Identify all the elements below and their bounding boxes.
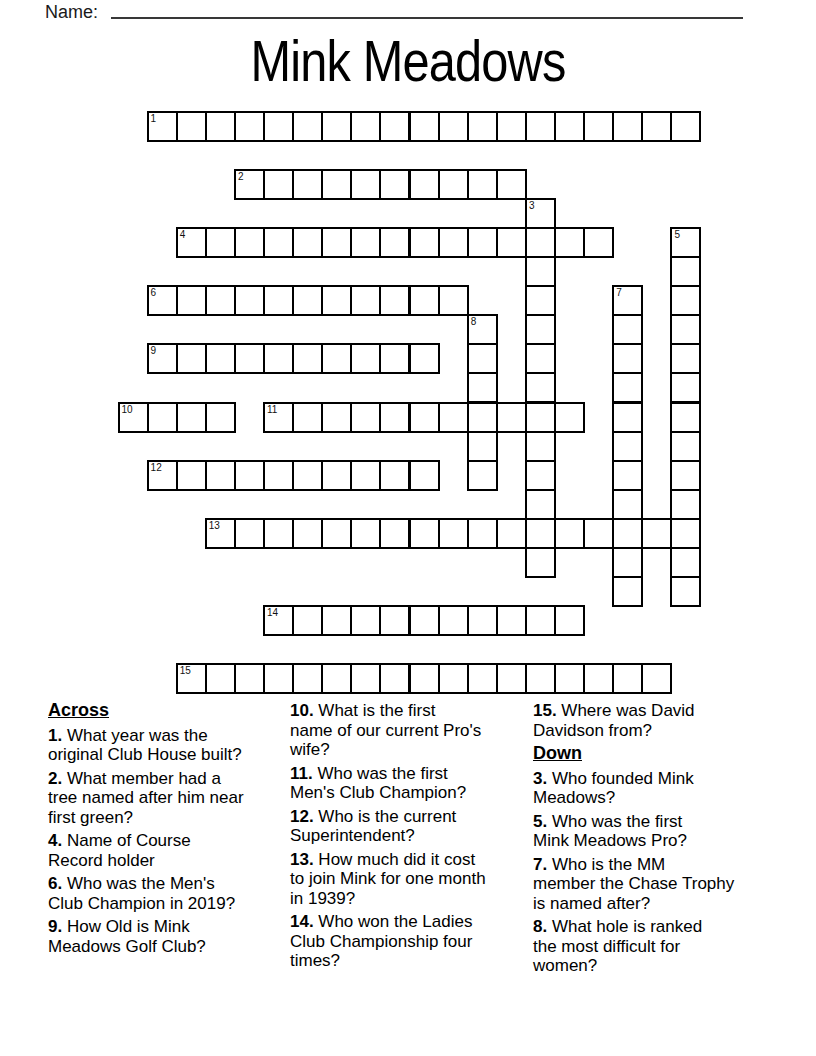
cell-r8c2[interactable] [176, 343, 207, 374]
cell-r7c14[interactable] [525, 314, 556, 345]
cell-r17c5[interactable]: 14 [263, 605, 294, 636]
cell-r10c1[interactable] [147, 402, 178, 433]
cell-r19c5[interactable] [263, 663, 294, 694]
cell-r6c9[interactable] [379, 285, 410, 316]
cell-r6c8[interactable] [350, 285, 381, 316]
grid-number-3: 3 [529, 200, 535, 211]
clue-number-label: 11. [290, 764, 313, 783]
clue-column-1: Across1. What year was the original Club… [48, 701, 290, 960]
clue-column-3: 15. Where was David Davidson from?Down3.… [533, 701, 771, 980]
cell-r0c5[interactable] [263, 111, 294, 142]
cell-r14c12[interactable] [467, 518, 498, 549]
cell-r0c13[interactable] [496, 111, 527, 142]
cell-r0c17[interactable] [612, 111, 643, 142]
clue-4: 4. Name of Course Record holder [48, 831, 290, 870]
clue-3: 3. Who founded Mink Meadows? [533, 769, 771, 808]
cell-r14c18[interactable] [641, 518, 672, 549]
cell-r10c3[interactable] [205, 402, 236, 433]
clue-text: Who was the Men's Club Champion in 2019? [48, 874, 235, 913]
grid-number-14: 14 [267, 607, 278, 618]
clue-number-label: 10. [290, 701, 314, 720]
cell-r4c8[interactable] [350, 227, 381, 258]
cell-r4c10[interactable] [409, 227, 440, 258]
cell-r14c8[interactable] [350, 518, 381, 549]
cell-r10c19[interactable] [670, 402, 701, 433]
cell-r10c9[interactable] [379, 402, 410, 433]
cell-r19c3[interactable] [205, 663, 236, 694]
cell-r0c3[interactable] [205, 111, 236, 142]
clue-number-label: 4. [48, 831, 62, 850]
cell-r10c5[interactable]: 11 [263, 402, 294, 433]
clue-text: Where was David Davidson from? [533, 701, 695, 740]
cell-r4c6[interactable] [292, 227, 323, 258]
cell-r19c17[interactable] [612, 663, 643, 694]
cell-r8c8[interactable] [350, 343, 381, 374]
cell-r12c6[interactable] [292, 460, 323, 491]
grid-number-13: 13 [209, 520, 220, 531]
cell-r12c10[interactable] [409, 460, 440, 491]
cell-r0c9[interactable] [379, 111, 410, 142]
cell-r17c11[interactable] [438, 605, 469, 636]
clue-1: 1. What year was the original Club House… [48, 726, 290, 765]
grid-number-1: 1 [151, 113, 157, 124]
cell-r4c11[interactable] [438, 227, 469, 258]
cell-r10c17[interactable] [612, 402, 643, 433]
cell-r10c14[interactable] [525, 402, 556, 433]
cell-r19c10[interactable] [409, 663, 440, 694]
cell-r6c5[interactable] [263, 285, 294, 316]
clue-text: Who is the current Superintendent? [290, 807, 456, 846]
cell-r14c15[interactable] [554, 518, 585, 549]
cell-r17c14[interactable] [525, 605, 556, 636]
grid-number-8: 8 [471, 316, 477, 327]
cell-r12c14[interactable] [525, 460, 556, 491]
cell-r6c14[interactable] [525, 285, 556, 316]
cell-r0c4[interactable] [234, 111, 265, 142]
cell-r19c7[interactable] [321, 663, 352, 694]
cell-r15c19[interactable] [670, 547, 701, 578]
cell-r0c2[interactable] [176, 111, 207, 142]
cell-r12c8[interactable] [350, 460, 381, 491]
cell-r6c3[interactable] [205, 285, 236, 316]
cell-r2c11[interactable] [438, 169, 469, 200]
clue-15: 15. Where was David Davidson from? [533, 701, 771, 740]
clue-13: 13. How much did it cost to join Mink fo… [290, 850, 532, 909]
cell-r12c9[interactable] [379, 460, 410, 491]
cell-r6c11[interactable] [438, 285, 469, 316]
clue-number-label: 2. [48, 769, 62, 788]
cell-r0c8[interactable] [350, 111, 381, 142]
clue-number-label: 1. [48, 726, 62, 745]
cell-r8c6[interactable] [292, 343, 323, 374]
cell-r14c5[interactable] [263, 518, 294, 549]
clue-text: How much did it cost to join Mink for on… [290, 850, 486, 908]
cell-r14c4[interactable] [234, 518, 265, 549]
cell-r2c8[interactable] [350, 169, 381, 200]
clue-11: 11. Who was the first Men's Club Champio… [290, 764, 532, 803]
clue-number-label: 7. [533, 855, 547, 874]
cell-r2c6[interactable] [292, 169, 323, 200]
clue-9: 9. How Old is Mink Meadows Golf Club? [48, 917, 290, 956]
cell-r2c7[interactable] [321, 169, 352, 200]
cell-r2c5[interactable] [263, 169, 294, 200]
cell-r19c8[interactable] [350, 663, 381, 694]
cell-r12c17[interactable] [612, 460, 643, 491]
cell-r13c14[interactable] [525, 489, 556, 520]
cell-r15c17[interactable] [612, 547, 643, 578]
cell-r19c14[interactable] [525, 663, 556, 694]
cell-r4c14[interactable] [525, 227, 556, 258]
cell-r16c17[interactable] [612, 576, 643, 607]
cell-r10c10[interactable] [409, 402, 440, 433]
clue-text: What hole is ranked the most difficult f… [533, 917, 702, 975]
cell-r0c7[interactable] [321, 111, 352, 142]
clue-8: 8. What hole is ranked the most difficul… [533, 917, 771, 976]
down-header: Down [533, 744, 771, 764]
cell-r6c6[interactable] [292, 285, 323, 316]
clue-14: 14. Who won the Ladies Club Championship… [290, 912, 532, 971]
cell-r4c3[interactable] [205, 227, 236, 258]
cell-r17c12[interactable] [467, 605, 498, 636]
cell-r17c9[interactable] [379, 605, 410, 636]
cell-r2c12[interactable] [467, 169, 498, 200]
clue-text: Who won the Ladies Club Championship fou… [290, 912, 472, 970]
cell-r6c4[interactable] [234, 285, 265, 316]
cell-r10c15[interactable] [554, 402, 585, 433]
clue-number-label: 13. [290, 850, 314, 869]
cell-r10c13[interactable] [496, 402, 527, 433]
cell-r12c12[interactable] [467, 460, 498, 491]
cell-r13c17[interactable] [612, 489, 643, 520]
cell-r10c12[interactable] [467, 402, 498, 433]
cell-r19c11[interactable] [438, 663, 469, 694]
cell-r10c8[interactable] [350, 402, 381, 433]
cell-r6c19[interactable] [670, 285, 701, 316]
cell-r0c15[interactable] [554, 111, 585, 142]
cell-r6c7[interactable] [321, 285, 352, 316]
cell-r9c12[interactable] [467, 372, 498, 403]
cell-r4c12[interactable] [467, 227, 498, 258]
cell-r6c10[interactable] [409, 285, 440, 316]
cell-r0c16[interactable] [583, 111, 614, 142]
cell-r4c7[interactable] [321, 227, 352, 258]
cell-r12c5[interactable] [263, 460, 294, 491]
cell-r0c19[interactable] [670, 111, 701, 142]
cell-r8c7[interactable] [321, 343, 352, 374]
cell-r14c7[interactable] [321, 518, 352, 549]
cell-r17c15[interactable] [554, 605, 585, 636]
clue-6: 6. Who was the Men's Club Champion in 20… [48, 874, 290, 913]
grid-number-9: 9 [151, 345, 157, 356]
cell-r17c10[interactable] [409, 605, 440, 636]
cell-r3c14[interactable]: 3 [525, 198, 556, 229]
cell-r11c14[interactable] [525, 431, 556, 462]
cell-r12c2[interactable] [176, 460, 207, 491]
cell-r19c4[interactable] [234, 663, 265, 694]
cell-r0c12[interactable] [467, 111, 498, 142]
cell-r8c19[interactable] [670, 343, 701, 374]
cell-r8c4[interactable] [234, 343, 265, 374]
clue-column-2: 10. What is the first name of our curren… [290, 701, 532, 975]
clue-12: 12. Who is the current Superintendent? [290, 807, 532, 846]
clue-5: 5. Who was the first Mink Meadows Pro? [533, 812, 771, 851]
cell-r2c4[interactable]: 2 [234, 169, 265, 200]
clue-2: 2. What member had a tree named after hi… [48, 769, 290, 828]
clue-text: Name of Course Record holder [48, 831, 191, 870]
cell-r17c13[interactable] [496, 605, 527, 636]
clue-7: 7. Who is the MM member the Chase Trophy… [533, 855, 771, 914]
cell-r0c6[interactable] [292, 111, 323, 142]
cell-r8c14[interactable] [525, 343, 556, 374]
cell-r8c12[interactable] [467, 343, 498, 374]
clue-text: Who was the first Mink Meadows Pro? [533, 812, 687, 851]
cell-r4c5[interactable] [263, 227, 294, 258]
cell-r9c14[interactable] [525, 372, 556, 403]
cell-r9c17[interactable] [612, 372, 643, 403]
cell-r10c0[interactable]: 10 [118, 402, 149, 433]
cell-r4c16[interactable] [583, 227, 614, 258]
cell-r6c2[interactable] [176, 285, 207, 316]
cell-r19c15[interactable] [554, 663, 585, 694]
clue-number-label: 5. [533, 812, 547, 831]
cell-r11c17[interactable] [612, 431, 643, 462]
grid-number-6: 6 [151, 287, 157, 298]
cell-r10c7[interactable] [321, 402, 352, 433]
cell-r2c13[interactable] [496, 169, 527, 200]
cell-r5c14[interactable] [525, 256, 556, 287]
clue-number-label: 6. [48, 874, 62, 893]
cell-r14c11[interactable] [438, 518, 469, 549]
cell-r13c19[interactable] [670, 489, 701, 520]
cell-r19c18[interactable] [641, 663, 672, 694]
cell-r0c18[interactable] [641, 111, 672, 142]
cell-r0c14[interactable] [525, 111, 556, 142]
clue-number-label: 14. [290, 912, 314, 931]
cell-r2c9[interactable] [379, 169, 410, 200]
cell-r14c19[interactable] [670, 518, 701, 549]
cell-r4c13[interactable] [496, 227, 527, 258]
cell-r6c1[interactable]: 6 [147, 285, 178, 316]
clue-text: Who founded Mink Meadows? [533, 769, 694, 808]
cell-r14c14[interactable] [525, 518, 556, 549]
cell-r15c14[interactable] [525, 547, 556, 578]
cell-r4c15[interactable] [554, 227, 585, 258]
cell-r12c1[interactable]: 12 [147, 460, 178, 491]
across-header: Across [48, 701, 290, 721]
clue-text: What member had a tree named after him n… [48, 769, 244, 827]
cell-r14c10[interactable] [409, 518, 440, 549]
grid-number-2: 2 [238, 171, 244, 182]
cell-r19c6[interactable] [292, 663, 323, 694]
cell-r4c4[interactable] [234, 227, 265, 258]
cell-r4c2[interactable]: 4 [176, 227, 207, 258]
cell-r0c10[interactable] [409, 111, 440, 142]
cell-r17c8[interactable] [350, 605, 381, 636]
grid-number-12: 12 [151, 462, 162, 473]
cell-r9c19[interactable] [670, 372, 701, 403]
cell-r8c1[interactable]: 9 [147, 343, 178, 374]
cell-r12c4[interactable] [234, 460, 265, 491]
cell-r17c6[interactable] [292, 605, 323, 636]
clue-text: What is the first name of our current Pr… [290, 701, 481, 759]
cell-r0c1[interactable]: 1 [147, 111, 178, 142]
cell-r4c19[interactable]: 5 [670, 227, 701, 258]
clue-number-label: 3. [533, 769, 547, 788]
cell-r19c16[interactable] [583, 663, 614, 694]
cell-r5c19[interactable] [670, 256, 701, 287]
clue-number-label: 12. [290, 807, 314, 826]
cell-r14c13[interactable] [496, 518, 527, 549]
cell-r14c9[interactable] [379, 518, 410, 549]
cell-r10c6[interactable] [292, 402, 323, 433]
cell-r12c7[interactable] [321, 460, 352, 491]
cell-r8c3[interactable] [205, 343, 236, 374]
clue-text: Who was the first Men's Club Champion? [290, 764, 466, 803]
cell-r14c17[interactable] [612, 518, 643, 549]
cell-r16c19[interactable] [670, 576, 701, 607]
grid-number-5: 5 [674, 229, 680, 240]
cell-r10c11[interactable] [438, 402, 469, 433]
clue-number-label: 9. [48, 917, 62, 936]
cell-r8c10[interactable] [409, 343, 440, 374]
grid-number-10: 10 [122, 404, 133, 415]
clue-number-label: 8. [533, 917, 547, 936]
cell-r11c19[interactable] [670, 431, 701, 462]
clue-10: 10. What is the first name of our curren… [290, 701, 532, 760]
cell-r12c3[interactable] [205, 460, 236, 491]
cell-r7c17[interactable] [612, 314, 643, 345]
cell-r4c9[interactable] [379, 227, 410, 258]
grid-number-11: 11 [267, 404, 277, 415]
cell-r8c5[interactable] [263, 343, 294, 374]
clue-text: How Old is Mink Meadows Golf Club? [48, 917, 206, 956]
cell-r7c12[interactable]: 8 [467, 314, 498, 345]
clue-text: What year was the original Club House bu… [48, 726, 242, 765]
cell-r10c2[interactable] [176, 402, 207, 433]
cell-r17c7[interactable] [321, 605, 352, 636]
cell-r19c13[interactable] [496, 663, 527, 694]
cell-r8c17[interactable] [612, 343, 643, 374]
crossword-board: 123456789101112131415 [0, 0, 816, 700]
clue-number-label: 15. [533, 701, 557, 720]
cell-r7c19[interactable] [670, 314, 701, 345]
cell-r19c2[interactable]: 15 [176, 663, 207, 694]
clue-text: Who is the MM member the Chase Trophy is… [533, 855, 734, 913]
cell-r12c19[interactable] [670, 460, 701, 491]
cell-r19c9[interactable] [379, 663, 410, 694]
cell-r19c12[interactable] [467, 663, 498, 694]
cell-r14c6[interactable] [292, 518, 323, 549]
cell-r0c11[interactable] [438, 111, 469, 142]
cell-r14c3[interactable]: 13 [205, 518, 236, 549]
cell-r8c9[interactable] [379, 343, 410, 374]
cell-r11c12[interactable] [467, 431, 498, 462]
grid-number-4: 4 [180, 229, 186, 240]
cell-r6c17[interactable]: 7 [612, 285, 643, 316]
grid-number-15: 15 [180, 665, 191, 676]
cell-r2c10[interactable] [409, 169, 440, 200]
cell-r14c16[interactable] [583, 518, 614, 549]
grid-number-7: 7 [616, 287, 622, 298]
